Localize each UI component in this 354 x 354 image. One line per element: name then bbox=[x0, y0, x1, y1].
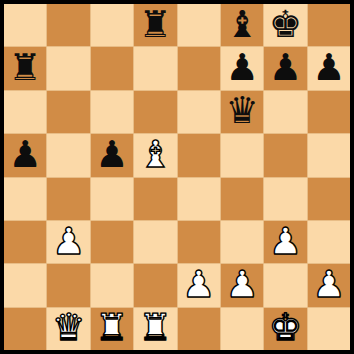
square-c3[interactable] bbox=[91, 221, 133, 263]
square-c7[interactable] bbox=[91, 47, 133, 89]
square-b6[interactable] bbox=[47, 91, 89, 133]
square-d7[interactable] bbox=[134, 47, 176, 89]
square-d5[interactable]: ♝ bbox=[134, 134, 176, 176]
chess-board: ♜♝♚♜♟♟♟♛♟♟♝♟♟♟♟♟♛♜♜♚ bbox=[4, 4, 350, 350]
piece-white-rook[interactable]: ♜ bbox=[139, 309, 172, 346]
square-e2[interactable]: ♟ bbox=[178, 264, 220, 306]
piece-black-rook[interactable]: ♜ bbox=[9, 49, 42, 86]
square-g4[interactable] bbox=[264, 178, 306, 220]
square-e4[interactable] bbox=[178, 178, 220, 220]
square-b5[interactable] bbox=[47, 134, 89, 176]
piece-black-pawn[interactable]: ♟ bbox=[225, 49, 258, 86]
piece-white-queen[interactable]: ♛ bbox=[52, 309, 85, 346]
square-g1[interactable]: ♚ bbox=[264, 308, 306, 350]
piece-black-pawn[interactable]: ♟ bbox=[312, 49, 345, 86]
piece-white-bishop[interactable]: ♝ bbox=[139, 136, 172, 173]
square-f5[interactable] bbox=[221, 134, 263, 176]
square-c1[interactable]: ♜ bbox=[91, 308, 133, 350]
piece-white-pawn[interactable]: ♟ bbox=[52, 223, 85, 260]
square-g6[interactable] bbox=[264, 91, 306, 133]
square-c2[interactable] bbox=[91, 264, 133, 306]
piece-white-pawn[interactable]: ♟ bbox=[182, 266, 215, 303]
square-h7[interactable]: ♟ bbox=[308, 47, 350, 89]
piece-black-pawn[interactable]: ♟ bbox=[269, 49, 302, 86]
square-h1[interactable] bbox=[308, 308, 350, 350]
square-h5[interactable] bbox=[308, 134, 350, 176]
square-g2[interactable] bbox=[264, 264, 306, 306]
square-g8[interactable]: ♚ bbox=[264, 4, 306, 46]
square-b8[interactable] bbox=[47, 4, 89, 46]
square-c4[interactable] bbox=[91, 178, 133, 220]
chess-board-frame: ♜♝♚♜♟♟♟♛♟♟♝♟♟♟♟♟♛♜♜♚ bbox=[0, 0, 354, 354]
piece-black-queen[interactable]: ♛ bbox=[225, 92, 258, 129]
square-b7[interactable] bbox=[47, 47, 89, 89]
square-f4[interactable] bbox=[221, 178, 263, 220]
piece-white-pawn[interactable]: ♟ bbox=[312, 266, 345, 303]
square-a8[interactable] bbox=[4, 4, 46, 46]
square-h8[interactable] bbox=[308, 4, 350, 46]
square-f6[interactable]: ♛ bbox=[221, 91, 263, 133]
square-e1[interactable] bbox=[178, 308, 220, 350]
square-a2[interactable] bbox=[4, 264, 46, 306]
square-f7[interactable]: ♟ bbox=[221, 47, 263, 89]
square-e8[interactable] bbox=[178, 4, 220, 46]
square-c5[interactable]: ♟ bbox=[91, 134, 133, 176]
square-a1[interactable] bbox=[4, 308, 46, 350]
square-b4[interactable] bbox=[47, 178, 89, 220]
square-c8[interactable] bbox=[91, 4, 133, 46]
square-c6[interactable] bbox=[91, 91, 133, 133]
square-d4[interactable] bbox=[134, 178, 176, 220]
square-e5[interactable] bbox=[178, 134, 220, 176]
square-f3[interactable] bbox=[221, 221, 263, 263]
square-d1[interactable]: ♜ bbox=[134, 308, 176, 350]
square-h2[interactable]: ♟ bbox=[308, 264, 350, 306]
piece-black-rook[interactable]: ♜ bbox=[139, 6, 172, 43]
square-a7[interactable]: ♜ bbox=[4, 47, 46, 89]
square-h4[interactable] bbox=[308, 178, 350, 220]
piece-black-king[interactable]: ♚ bbox=[269, 6, 302, 43]
square-d2[interactable] bbox=[134, 264, 176, 306]
square-h3[interactable] bbox=[308, 221, 350, 263]
square-g3[interactable]: ♟ bbox=[264, 221, 306, 263]
piece-black-pawn[interactable]: ♟ bbox=[9, 136, 42, 173]
piece-black-bishop[interactable]: ♝ bbox=[225, 6, 258, 43]
piece-white-pawn[interactable]: ♟ bbox=[269, 223, 302, 260]
square-b1[interactable]: ♛ bbox=[47, 308, 89, 350]
square-b3[interactable]: ♟ bbox=[47, 221, 89, 263]
square-e7[interactable] bbox=[178, 47, 220, 89]
square-b2[interactable] bbox=[47, 264, 89, 306]
square-e3[interactable] bbox=[178, 221, 220, 263]
square-g5[interactable] bbox=[264, 134, 306, 176]
square-f1[interactable] bbox=[221, 308, 263, 350]
piece-black-pawn[interactable]: ♟ bbox=[95, 136, 128, 173]
square-a5[interactable]: ♟ bbox=[4, 134, 46, 176]
square-e6[interactable] bbox=[178, 91, 220, 133]
piece-white-king[interactable]: ♚ bbox=[269, 309, 302, 346]
square-d3[interactable] bbox=[134, 221, 176, 263]
square-f8[interactable]: ♝ bbox=[221, 4, 263, 46]
square-f2[interactable]: ♟ bbox=[221, 264, 263, 306]
square-h6[interactable] bbox=[308, 91, 350, 133]
square-a3[interactable] bbox=[4, 221, 46, 263]
square-g7[interactable]: ♟ bbox=[264, 47, 306, 89]
piece-white-pawn[interactable]: ♟ bbox=[225, 266, 258, 303]
square-a4[interactable] bbox=[4, 178, 46, 220]
square-d6[interactable] bbox=[134, 91, 176, 133]
square-a6[interactable] bbox=[4, 91, 46, 133]
square-d8[interactable]: ♜ bbox=[134, 4, 176, 46]
piece-white-rook[interactable]: ♜ bbox=[95, 309, 128, 346]
